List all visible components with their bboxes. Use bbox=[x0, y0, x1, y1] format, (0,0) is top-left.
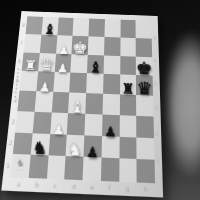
square-d4: ♝ bbox=[68, 92, 86, 113]
snap-dot bbox=[153, 37, 155, 39]
square-h2 bbox=[137, 137, 155, 160]
square-f2 bbox=[101, 136, 119, 159]
square-d6 bbox=[71, 54, 88, 74]
square-c5 bbox=[53, 72, 71, 92]
square-d7: ♚ bbox=[72, 36, 89, 55]
chess-board: ♝♟♚♜♛♟♝♚♟♜♛♝♟♟♞♞♟♞··· bbox=[10, 16, 155, 183]
rank-label-3: 3 bbox=[11, 118, 16, 125]
square-b7 bbox=[40, 34, 57, 53]
snap-dot bbox=[156, 132, 159, 135]
square-e5 bbox=[86, 73, 103, 93]
snap-dot bbox=[154, 83, 157, 85]
square-g8 bbox=[120, 20, 136, 38]
snap-dot bbox=[154, 59, 156, 61]
square-a3 bbox=[15, 111, 34, 133]
rank-label-4: 4 bbox=[13, 97, 18, 104]
square-e4 bbox=[85, 93, 103, 114]
square-e1 bbox=[83, 157, 102, 181]
file-label-h: h bbox=[144, 185, 148, 193]
square-c2 bbox=[48, 133, 67, 156]
square-g7 bbox=[120, 37, 136, 56]
square-f4 bbox=[102, 94, 119, 115]
square-h8 bbox=[136, 20, 152, 38]
square-f3: ♟ bbox=[102, 114, 120, 136]
rank-label-8: 8 bbox=[22, 22, 26, 28]
square-h6: ♚ bbox=[136, 56, 153, 76]
file-label-d: d bbox=[71, 182, 76, 190]
square-f8 bbox=[104, 19, 120, 37]
square-a2 bbox=[13, 132, 33, 155]
square-a4 bbox=[17, 90, 36, 111]
file-label-b: b bbox=[35, 180, 40, 188]
square-e8 bbox=[88, 19, 104, 37]
rank-label-7: 7 bbox=[20, 40, 24, 46]
square-d1 bbox=[64, 156, 83, 180]
square-e2: ♟ bbox=[83, 135, 101, 158]
square-f6 bbox=[103, 55, 120, 75]
board-logo-knight-icon: ♞··· bbox=[16, 158, 26, 173]
rank-label-1: 1 bbox=[6, 161, 11, 169]
square-h3 bbox=[136, 116, 154, 138]
square-b3 bbox=[32, 112, 51, 134]
square-g6 bbox=[120, 56, 136, 76]
square-d5 bbox=[69, 73, 86, 93]
square-e7 bbox=[88, 36, 105, 55]
square-a8 bbox=[26, 16, 43, 34]
square-g2 bbox=[119, 136, 137, 159]
chess-mat: ∙∙∙∙∙∙∙∙ 87654321 ♝♟♚♜♛♟♝♚♟♜♛♝♟♟♞♞♟♞··· … bbox=[1, 11, 163, 197]
square-a1: ♞··· bbox=[10, 154, 30, 178]
file-label-e: e bbox=[90, 183, 94, 191]
square-f7 bbox=[104, 37, 120, 56]
square-d2: ♞ bbox=[66, 134, 85, 157]
rank-label-6: 6 bbox=[18, 58, 22, 65]
rank-label-5: 5 bbox=[15, 77, 19, 84]
square-c1 bbox=[46, 156, 65, 180]
photo-scene: ∙∙∙∙∙∙∙∙ 87654321 ♝♟♚♜♛♟♝♚♟♜♛♝♟♟♞♞♟♞··· … bbox=[0, 0, 200, 200]
square-b6: ♛ bbox=[38, 53, 56, 73]
square-h7 bbox=[136, 38, 152, 57]
square-h5: ♛ bbox=[136, 75, 153, 95]
square-b1 bbox=[28, 155, 48, 179]
square-c8 bbox=[57, 17, 74, 35]
square-h1 bbox=[137, 159, 155, 183]
square-g5: ♜ bbox=[120, 75, 137, 95]
rank-label-2: 2 bbox=[8, 139, 13, 147]
square-d3 bbox=[67, 113, 85, 135]
file-label-f: f bbox=[108, 184, 110, 192]
file-label-g: g bbox=[125, 184, 129, 192]
square-e3 bbox=[84, 114, 102, 136]
square-d8 bbox=[73, 18, 89, 36]
square-f5 bbox=[103, 74, 120, 94]
square-c3: ♟ bbox=[50, 112, 69, 134]
square-a7 bbox=[24, 34, 42, 53]
square-g3 bbox=[119, 115, 136, 137]
square-g1 bbox=[119, 159, 137, 183]
square-c7: ♟ bbox=[56, 35, 73, 54]
square-e6: ♝ bbox=[87, 54, 104, 74]
square-f1 bbox=[101, 158, 119, 182]
square-h4 bbox=[136, 95, 153, 116]
square-c4 bbox=[51, 92, 69, 113]
background-light-area bbox=[163, 30, 200, 180]
square-c6: ♟ bbox=[54, 53, 71, 73]
square-g4 bbox=[119, 94, 136, 115]
square-b8: ♝ bbox=[41, 17, 58, 35]
square-b2: ♞ bbox=[30, 133, 49, 156]
snap-dot bbox=[156, 159, 159, 162]
file-label-a: a bbox=[16, 180, 21, 188]
board-logo-caption: ··· bbox=[16, 168, 25, 173]
square-a6: ♜ bbox=[22, 52, 40, 72]
square-b4 bbox=[34, 91, 52, 112]
square-a5 bbox=[20, 71, 38, 91]
snap-dot bbox=[155, 107, 158, 110]
square-b5: ♟ bbox=[36, 72, 54, 92]
file-label-c: c bbox=[53, 181, 57, 189]
